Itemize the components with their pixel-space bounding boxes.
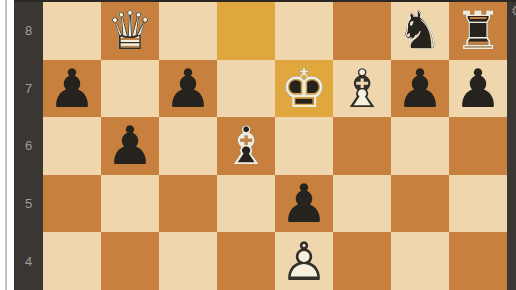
white-queen-piece[interactable]: ♛♕ — [101, 2, 159, 60]
square-b7[interactable] — [101, 60, 159, 118]
square-f6[interactable] — [333, 117, 391, 175]
black-pawn-glyph: ♟ — [275, 175, 333, 233]
square-c8[interactable] — [159, 2, 217, 60]
white-queen-glyph: ♛ — [101, 2, 159, 60]
square-c5[interactable] — [159, 175, 217, 233]
black-pawn-piece[interactable]: ♟ — [391, 60, 449, 118]
black-pawn-glyph: ♟ — [449, 60, 507, 118]
square-e7[interactable]: ♚♔ — [275, 60, 333, 118]
square-f5[interactable] — [333, 175, 391, 233]
black-pawn-piece[interactable]: ♟ — [275, 175, 333, 233]
black-rook-glyph: ♜ — [449, 2, 507, 60]
square-e6[interactable] — [275, 117, 333, 175]
black-king-piece[interactable]: ♚♔ — [275, 60, 333, 118]
rank-coordinates-strip: 87654 — [14, 2, 43, 290]
black-pawn-glyph: ♟ — [159, 60, 217, 118]
right-edge-strip: ⚙ — [507, 2, 516, 290]
black-knight-glyph: ♞ — [391, 2, 449, 60]
chess-board[interactable]: ♛♕♞♘♜♖♟♟♚♔♝♗♟♟♟♝♗♟♟♙ — [43, 2, 507, 290]
square-d4[interactable] — [217, 232, 275, 290]
white-bishop-piece[interactable]: ♝♗ — [333, 60, 391, 118]
white-bishop-outline: ♗ — [333, 60, 391, 118]
square-d7[interactable] — [217, 60, 275, 118]
square-f8[interactable] — [333, 2, 391, 60]
square-e8[interactable] — [275, 2, 333, 60]
black-pawn-glyph: ♟ — [43, 60, 101, 118]
black-rook-outline: ♖ — [449, 2, 507, 60]
square-c6[interactable] — [159, 117, 217, 175]
black-rook-piece[interactable]: ♜♖ — [449, 2, 507, 60]
black-knight-outline: ♘ — [391, 2, 449, 60]
black-pawn-piece[interactable]: ♟ — [43, 60, 101, 118]
square-a7[interactable]: ♟ — [43, 60, 101, 118]
square-h4[interactable] — [449, 232, 507, 290]
black-pawn-glyph: ♟ — [101, 117, 159, 175]
square-h7[interactable]: ♟ — [449, 60, 507, 118]
square-d5[interactable] — [217, 175, 275, 233]
square-d6[interactable]: ♝♗ — [217, 117, 275, 175]
square-a6[interactable] — [43, 117, 101, 175]
square-e4[interactable]: ♟♙ — [275, 232, 333, 290]
settings-gear-icon[interactable]: ⚙ — [511, 3, 516, 18]
black-bishop-outline: ♗ — [217, 117, 275, 175]
square-a8[interactable] — [43, 2, 101, 60]
white-pawn-glyph: ♟ — [275, 232, 333, 290]
square-a5[interactable] — [43, 175, 101, 233]
black-pawn-glyph: ♟ — [391, 60, 449, 118]
rank-label-5: 5 — [14, 175, 43, 233]
square-c7[interactable]: ♟ — [159, 60, 217, 118]
square-b8[interactable]: ♛♕ — [101, 2, 159, 60]
black-king-glyph: ♚ — [275, 60, 333, 118]
black-king-outline: ♔ — [275, 60, 333, 118]
square-b4[interactable] — [101, 232, 159, 290]
white-bishop-glyph: ♝ — [333, 60, 391, 118]
square-h8[interactable]: ♜♖ — [449, 2, 507, 60]
black-knight-piece[interactable]: ♞♘ — [391, 2, 449, 60]
white-queen-outline: ♕ — [101, 2, 159, 60]
rank-label-7: 7 — [14, 60, 43, 118]
square-h6[interactable] — [449, 117, 507, 175]
square-g5[interactable] — [391, 175, 449, 233]
square-c4[interactable] — [159, 232, 217, 290]
square-h5[interactable] — [449, 175, 507, 233]
square-d8[interactable] — [217, 2, 275, 60]
square-b6[interactable]: ♟ — [101, 117, 159, 175]
black-pawn-piece[interactable]: ♟ — [159, 60, 217, 118]
black-bishop-piece[interactable]: ♝♗ — [217, 117, 275, 175]
square-g7[interactable]: ♟ — [391, 60, 449, 118]
rank-label-8: 8 — [14, 2, 43, 60]
square-g8[interactable]: ♞♘ — [391, 2, 449, 60]
square-a4[interactable] — [43, 232, 101, 290]
white-pawn-piece[interactable]: ♟♙ — [275, 232, 333, 290]
page-edge-line — [5, 0, 7, 290]
black-bishop-glyph: ♝ — [217, 117, 275, 175]
square-e5[interactable]: ♟ — [275, 175, 333, 233]
black-pawn-piece[interactable]: ♟ — [101, 117, 159, 175]
square-g4[interactable] — [391, 232, 449, 290]
white-pawn-outline: ♙ — [275, 232, 333, 290]
square-g6[interactable] — [391, 117, 449, 175]
square-b5[interactable] — [101, 175, 159, 233]
square-f7[interactable]: ♝♗ — [333, 60, 391, 118]
rank-label-6: 6 — [14, 117, 43, 175]
rank-label-4: 4 — [14, 232, 43, 290]
black-pawn-piece[interactable]: ♟ — [449, 60, 507, 118]
square-f4[interactable] — [333, 232, 391, 290]
